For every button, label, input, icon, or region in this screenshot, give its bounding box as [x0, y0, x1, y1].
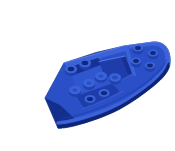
tube-right-3: [131, 57, 141, 67]
stud-tray: [109, 73, 121, 84]
lego-brick-photo: Blue LEGO inverted curved wedge brick (6…: [40, 16, 175, 151]
tube-right-1: [133, 44, 143, 54]
stud-panel-3: [95, 72, 107, 83]
brick-illustration: [40, 16, 175, 151]
tube-channel-1: [84, 95, 95, 105]
stud-rim-hollow-2: [79, 59, 91, 70]
tube-right-4: [145, 62, 155, 72]
tube-channel-2: [98, 89, 109, 99]
tube-right-2: [148, 49, 158, 59]
stud-panel-1: [69, 86, 81, 97]
stud-panel-2: [83, 79, 95, 90]
stud-rim-hollow-1: [65, 65, 77, 76]
